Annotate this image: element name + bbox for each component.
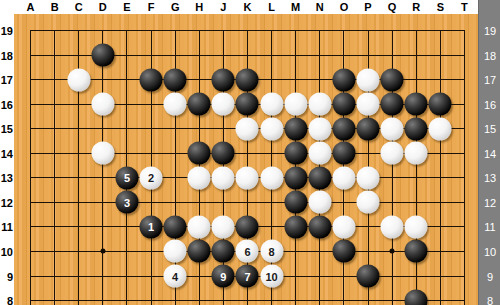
move-number: 7 — [244, 270, 250, 282]
column-label: K — [244, 0, 252, 14]
stone-white-P17[interactable] — [357, 68, 380, 91]
stone-white-L13[interactable] — [260, 166, 283, 189]
row-label-right: 14 — [481, 148, 499, 160]
row-label-left: 14 — [0, 148, 13, 160]
row-label-left: 10 — [0, 246, 13, 258]
stone-black-P15[interactable] — [357, 117, 380, 140]
stone-black-R10[interactable] — [405, 240, 428, 263]
grid-line-v — [54, 30, 55, 305]
column-label: D — [99, 0, 107, 14]
row-label-left: 9 — [0, 271, 13, 283]
stone-white-M16[interactable] — [284, 93, 307, 116]
column-label: G — [171, 0, 180, 14]
column-label: E — [123, 0, 130, 14]
stone-black-Q16[interactable] — [381, 93, 404, 116]
stone-white-G16[interactable] — [164, 93, 187, 116]
stone-white-R14[interactable] — [405, 142, 428, 165]
stone-white-G10[interactable] — [164, 240, 187, 263]
stone-white-R11[interactable] — [405, 215, 428, 238]
stone-black-E12[interactable]: 3 — [115, 191, 138, 214]
row-label-right: 13 — [481, 172, 499, 184]
stone-white-H13[interactable] — [188, 166, 211, 189]
stone-white-L10[interactable]: 8 — [260, 240, 283, 263]
stone-black-F11[interactable]: 1 — [140, 215, 163, 238]
column-label: B — [51, 0, 59, 14]
stone-white-Q11[interactable] — [381, 215, 404, 238]
stone-white-O11[interactable] — [332, 215, 355, 238]
stone-black-M15[interactable] — [284, 117, 307, 140]
row-label-left: 18 — [0, 50, 13, 62]
stone-white-L9[interactable]: 10 — [260, 265, 283, 288]
move-number: 9 — [220, 270, 226, 282]
stone-black-H14[interactable] — [188, 142, 211, 165]
row-label-right: 9 — [481, 271, 499, 283]
column-label: L — [268, 0, 275, 14]
stone-black-O14[interactable] — [332, 142, 355, 165]
stone-black-K16[interactable] — [236, 93, 259, 116]
stone-white-P16[interactable] — [357, 93, 380, 116]
column-label: C — [75, 0, 83, 14]
stone-white-J13[interactable] — [212, 166, 235, 189]
stone-black-M11[interactable] — [284, 215, 307, 238]
stone-black-H10[interactable] — [188, 240, 211, 263]
stone-black-K9[interactable]: 7 — [236, 265, 259, 288]
stone-white-F13[interactable]: 2 — [140, 166, 163, 189]
row-label-right: 11 — [481, 221, 499, 233]
stone-black-K17[interactable] — [236, 68, 259, 91]
row-label-right: 8 — [481, 295, 499, 305]
stone-black-Q17[interactable] — [381, 68, 404, 91]
column-label: Q — [388, 0, 397, 14]
star-point — [390, 249, 395, 254]
column-label: H — [195, 0, 203, 14]
column-label: J — [220, 0, 226, 14]
stone-black-K11[interactable] — [236, 215, 259, 238]
stone-black-H16[interactable] — [188, 93, 211, 116]
stone-black-R16[interactable] — [405, 93, 428, 116]
column-label: T — [461, 0, 468, 14]
move-number: 1 — [148, 221, 154, 233]
grid-line-v — [102, 30, 103, 305]
column-label: R — [412, 0, 420, 14]
column-label: F — [148, 0, 155, 14]
stone-black-P9[interactable] — [357, 265, 380, 288]
stone-black-E13[interactable]: 5 — [115, 166, 138, 189]
stone-black-J10[interactable] — [212, 240, 235, 263]
row-label-left: 19 — [0, 25, 13, 37]
row-label-left: 8 — [0, 295, 13, 305]
stone-white-L15[interactable] — [260, 117, 283, 140]
row-label-left: 12 — [0, 197, 13, 209]
stone-white-J16[interactable] — [212, 93, 235, 116]
stone-black-M12[interactable] — [284, 191, 307, 214]
grid-line-v — [30, 30, 31, 305]
go-board-screenshot: ABCDEFGHJKLMNOPQRST191918181717161615151… — [0, 0, 500, 305]
row-label-right: 19 — [481, 25, 499, 37]
stone-black-N11[interactable] — [308, 215, 331, 238]
row-label-right: 17 — [481, 74, 499, 86]
stone-black-O10[interactable] — [332, 240, 355, 263]
move-number: 5 — [124, 172, 130, 184]
column-label: O — [340, 0, 349, 14]
stone-white-L16[interactable] — [260, 93, 283, 116]
grid-line-v — [416, 30, 417, 305]
stone-black-N13[interactable] — [308, 166, 331, 189]
stone-black-O16[interactable] — [332, 93, 355, 116]
stone-black-M13[interactable] — [284, 166, 307, 189]
stone-black-R8[interactable] — [405, 289, 428, 305]
stone-white-N15[interactable] — [308, 117, 331, 140]
stone-white-O13[interactable] — [332, 166, 355, 189]
row-label-right: 12 — [481, 197, 499, 209]
move-number: 8 — [269, 245, 275, 257]
column-label-strip — [0, 0, 478, 14]
stone-white-H11[interactable] — [188, 215, 211, 238]
stone-white-N12[interactable] — [308, 191, 331, 214]
stone-black-G11[interactable] — [164, 215, 187, 238]
column-label: S — [437, 0, 444, 14]
grid-line-v — [464, 30, 465, 305]
stone-white-N16[interactable] — [308, 93, 331, 116]
move-number: 10 — [265, 270, 277, 282]
row-label-left: 11 — [0, 221, 13, 233]
stone-white-G9[interactable]: 4 — [164, 265, 187, 288]
stone-white-P13[interactable] — [357, 166, 380, 189]
stone-black-F17[interactable] — [140, 68, 163, 91]
stone-white-K10[interactable]: 6 — [236, 240, 259, 263]
stone-white-Q15[interactable] — [381, 117, 404, 140]
stone-white-C17[interactable] — [67, 68, 90, 91]
stone-black-O17[interactable] — [332, 68, 355, 91]
stone-black-J9[interactable]: 9 — [212, 265, 235, 288]
row-label-left: 15 — [0, 123, 13, 135]
row-label-right: 16 — [481, 99, 499, 111]
move-number: 4 — [172, 270, 178, 282]
stone-black-G17[interactable] — [164, 68, 187, 91]
stone-white-K15[interactable] — [236, 117, 259, 140]
stone-black-O15[interactable] — [332, 117, 355, 140]
stone-white-P12[interactable] — [357, 191, 380, 214]
move-number: 2 — [148, 172, 154, 184]
move-number: 6 — [244, 245, 250, 257]
column-label: N — [316, 0, 324, 14]
stone-white-D14[interactable] — [91, 142, 114, 165]
stone-white-S15[interactable] — [429, 117, 452, 140]
row-label-left: 13 — [0, 172, 13, 184]
stone-black-D18[interactable] — [91, 44, 114, 67]
row-label-left: 16 — [0, 99, 13, 111]
row-label-right: 10 — [481, 246, 499, 258]
stone-white-Q14[interactable] — [381, 142, 404, 165]
stone-white-D16[interactable] — [91, 93, 114, 116]
stone-white-N14[interactable] — [308, 142, 331, 165]
stone-black-M14[interactable] — [284, 142, 307, 165]
stone-black-S16[interactable] — [429, 93, 452, 116]
stone-black-J14[interactable] — [212, 142, 235, 165]
stone-black-J17[interactable] — [212, 68, 235, 91]
stone-black-R15[interactable] — [405, 117, 428, 140]
stone-white-J11[interactable] — [212, 215, 235, 238]
move-number: 3 — [124, 196, 130, 208]
grid-line-v — [440, 30, 441, 305]
column-label: A — [27, 0, 35, 14]
row-label-left: 17 — [0, 74, 13, 86]
star-point — [100, 249, 105, 254]
row-label-right: 18 — [481, 50, 499, 62]
column-label: P — [364, 0, 371, 14]
row-label-right: 15 — [481, 123, 499, 135]
stone-white-K13[interactable] — [236, 166, 259, 189]
column-label: M — [291, 0, 300, 14]
